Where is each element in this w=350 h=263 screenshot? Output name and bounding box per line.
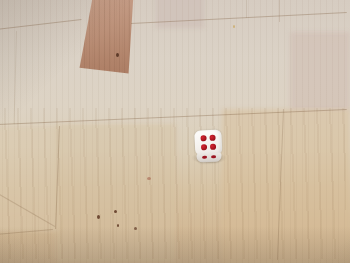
photo-frame xyxy=(0,0,350,263)
vignette-overlay xyxy=(0,0,350,263)
